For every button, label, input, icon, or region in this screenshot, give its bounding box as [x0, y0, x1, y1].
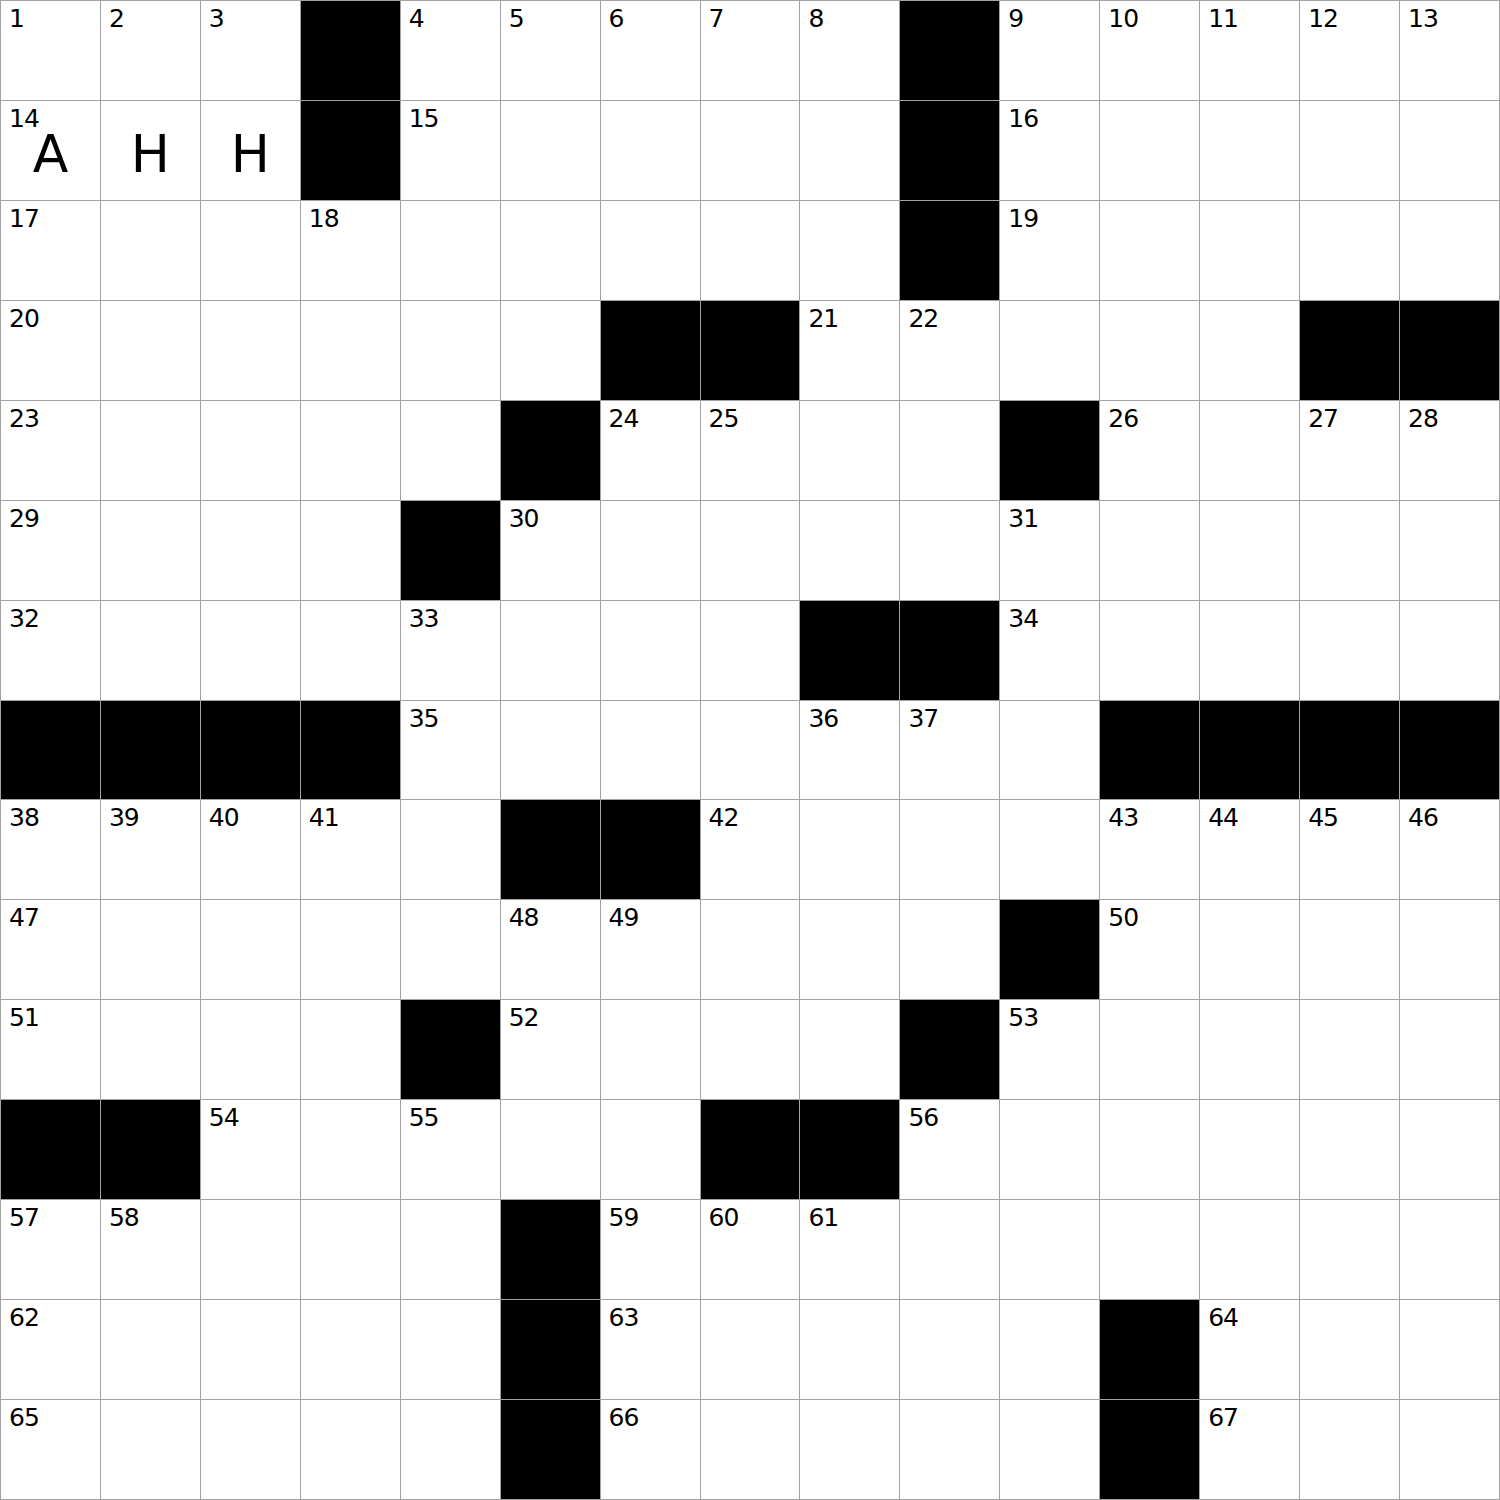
- cell-r10c12[interactable]: 50: [1100, 900, 1199, 999]
- cell-r11c13[interactable]: [1200, 1000, 1299, 1099]
- cell-r13c15[interactable]: [1400, 1200, 1499, 1299]
- black-cell-r15c12: [1100, 1400, 1199, 1499]
- cell-r5c5[interactable]: [401, 401, 500, 500]
- cell-r13c1[interactable]: 57: [1, 1200, 100, 1299]
- cell-r6c2[interactable]: [101, 501, 200, 600]
- cell-r1c12[interactable]: 10: [1100, 1, 1199, 100]
- clue-number-55: 55: [409, 1104, 439, 1132]
- black-cell-r15c6: [501, 1400, 600, 1499]
- cell-letter: A: [1, 101, 100, 200]
- cell-r3c14[interactable]: [1300, 201, 1399, 300]
- cell-r10c2[interactable]: [101, 900, 200, 999]
- cell-r5c9[interactable]: [800, 401, 899, 500]
- clue-number-29: 29: [9, 505, 39, 533]
- cell-r12c7[interactable]: [601, 1100, 700, 1199]
- cell-r12c14[interactable]: [1300, 1100, 1399, 1199]
- black-cell-r3c10: [900, 201, 999, 300]
- cell-r12c15[interactable]: [1400, 1100, 1499, 1199]
- cell-r4c3[interactable]: [201, 301, 300, 400]
- clue-number-41: 41: [309, 804, 339, 832]
- cell-r3c9[interactable]: [800, 201, 899, 300]
- cell-r11c12[interactable]: [1100, 1000, 1199, 1099]
- cell-r15c2[interactable]: [101, 1400, 200, 1499]
- clue-number-13: 13: [1408, 5, 1438, 33]
- cell-r5c8[interactable]: 25: [701, 401, 800, 500]
- cell-r8c5[interactable]: 35: [401, 701, 500, 800]
- black-cell-r14c12: [1100, 1300, 1199, 1399]
- cell-r6c8[interactable]: [701, 501, 800, 600]
- clue-number-49: 49: [609, 904, 639, 932]
- cell-r2c14[interactable]: [1300, 101, 1399, 200]
- black-cell-r5c6: [501, 401, 600, 500]
- cell-r5c3[interactable]: [201, 401, 300, 500]
- cell-r12c12[interactable]: [1100, 1100, 1199, 1199]
- cell-r12c10[interactable]: 56: [900, 1100, 999, 1199]
- cell-r3c5[interactable]: [401, 201, 500, 300]
- clue-number-21: 21: [808, 305, 838, 333]
- cell-r15c11[interactable]: [1000, 1400, 1099, 1499]
- cell-r10c5[interactable]: [401, 900, 500, 999]
- cell-r7c14[interactable]: [1300, 601, 1399, 700]
- cell-r9c10[interactable]: [900, 800, 999, 899]
- cell-r9c13[interactable]: 44: [1200, 800, 1299, 899]
- clue-number-18: 18: [309, 205, 339, 233]
- clue-number-12: 12: [1308, 5, 1338, 33]
- cell-r13c8[interactable]: 60: [701, 1200, 800, 1299]
- cell-r6c11[interactable]: 31: [1000, 501, 1099, 600]
- cell-r3c11[interactable]: 19: [1000, 201, 1099, 300]
- cell-r9c9[interactable]: [800, 800, 899, 899]
- cell-r6c15[interactable]: [1400, 501, 1499, 600]
- cell-r14c13[interactable]: 64: [1200, 1300, 1299, 1399]
- cell-r15c5[interactable]: [401, 1400, 500, 1499]
- cell-r10c8[interactable]: [701, 900, 800, 999]
- cell-r3c7[interactable]: [601, 201, 700, 300]
- cell-r10c9[interactable]: [800, 900, 899, 999]
- cell-r1c9[interactable]: 8: [800, 1, 899, 100]
- cell-r15c3[interactable]: [201, 1400, 300, 1499]
- clue-number-7: 7: [709, 5, 724, 33]
- black-cell-r2c10: [900, 101, 999, 200]
- cell-r10c15[interactable]: [1400, 900, 1499, 999]
- cell-r13c14[interactable]: [1300, 1200, 1399, 1299]
- black-cell-r14c6: [501, 1300, 600, 1399]
- cell-r3c3[interactable]: [201, 201, 300, 300]
- cell-r9c2[interactable]: 39: [101, 800, 200, 899]
- cell-r10c7[interactable]: 49: [601, 900, 700, 999]
- clue-number-16: 16: [1008, 105, 1038, 133]
- clue-number-62: 62: [9, 1304, 39, 1332]
- cell-r3c6[interactable]: [501, 201, 600, 300]
- cell-r9c8[interactable]: 42: [701, 800, 800, 899]
- clue-number-32: 32: [9, 605, 39, 633]
- black-cell-r8c14: [1300, 701, 1399, 800]
- clue-number-47: 47: [9, 904, 39, 932]
- cell-r7c12[interactable]: [1100, 601, 1199, 700]
- clue-number-43: 43: [1108, 804, 1138, 832]
- cell-r9c4[interactable]: 41: [301, 800, 400, 899]
- cell-r11c9[interactable]: [800, 1000, 899, 1099]
- cell-r2c3[interactable]: H: [201, 101, 300, 200]
- cell-r6c12[interactable]: [1100, 501, 1199, 600]
- cell-r13c4[interactable]: [301, 1200, 400, 1299]
- cell-r11c14[interactable]: [1300, 1000, 1399, 1099]
- cell-r4c12[interactable]: [1100, 301, 1199, 400]
- cell-letter: H: [201, 101, 300, 200]
- cell-r1c6[interactable]: 5: [501, 1, 600, 100]
- cell-r7c15[interactable]: [1400, 601, 1499, 700]
- clue-number-6: 6: [609, 5, 624, 33]
- cell-r1c1[interactable]: 1: [1, 1, 100, 100]
- black-cell-r8c15: [1400, 701, 1499, 800]
- clue-number-8: 8: [808, 5, 823, 33]
- cell-r9c3[interactable]: 40: [201, 800, 300, 899]
- cell-r15c8[interactable]: [701, 1400, 800, 1499]
- cell-r2c6[interactable]: [501, 101, 600, 200]
- cell-r11c3[interactable]: [201, 1000, 300, 1099]
- cell-r9c1[interactable]: 38: [1, 800, 100, 899]
- cell-r14c5[interactable]: [401, 1300, 500, 1399]
- clue-number-51: 51: [9, 1004, 39, 1032]
- cell-r10c13[interactable]: [1200, 900, 1299, 999]
- clue-number-26: 26: [1108, 405, 1138, 433]
- cell-r14c8[interactable]: [701, 1300, 800, 1399]
- cell-r4c11[interactable]: [1000, 301, 1099, 400]
- cell-r11c8[interactable]: [701, 1000, 800, 1099]
- cell-r6c6[interactable]: 30: [501, 501, 600, 600]
- cell-r2c11[interactable]: 16: [1000, 101, 1099, 200]
- black-cell-r8c3: [201, 701, 300, 800]
- clue-number-66: 66: [609, 1404, 639, 1432]
- cell-r15c4[interactable]: [301, 1400, 400, 1499]
- cell-r3c8[interactable]: [701, 201, 800, 300]
- clue-number-1: 1: [9, 5, 24, 33]
- cell-r6c10[interactable]: [900, 501, 999, 600]
- black-cell-r8c13: [1200, 701, 1299, 800]
- cell-r14c2[interactable]: [101, 1300, 200, 1399]
- clue-number-54: 54: [209, 1104, 239, 1132]
- cell-r7c2[interactable]: [101, 601, 200, 700]
- cell-r15c13[interactable]: 67: [1200, 1400, 1299, 1499]
- clue-number-17: 17: [9, 205, 39, 233]
- clue-number-53: 53: [1008, 1004, 1038, 1032]
- cell-r10c3[interactable]: [201, 900, 300, 999]
- black-cell-r8c12: [1100, 701, 1199, 800]
- clue-number-59: 59: [609, 1204, 639, 1232]
- cell-r7c13[interactable]: [1200, 601, 1299, 700]
- clue-number-50: 50: [1108, 904, 1138, 932]
- cell-r7c4[interactable]: [301, 601, 400, 700]
- cell-r12c5[interactable]: 55: [401, 1100, 500, 1199]
- cell-r10c1[interactable]: 47: [1, 900, 100, 999]
- cell-r13c11[interactable]: [1000, 1200, 1099, 1299]
- cell-letter: H: [101, 101, 200, 200]
- cell-r15c10[interactable]: [900, 1400, 999, 1499]
- cell-r9c14[interactable]: 45: [1300, 800, 1399, 899]
- black-cell-r4c8: [701, 301, 800, 400]
- cell-r7c11[interactable]: 34: [1000, 601, 1099, 700]
- cell-r7c3[interactable]: [201, 601, 300, 700]
- cell-r8c8[interactable]: [701, 701, 800, 800]
- cell-r5c7[interactable]: 24: [601, 401, 700, 500]
- clue-number-3: 3: [209, 5, 224, 33]
- clue-number-27: 27: [1308, 405, 1338, 433]
- clue-number-63: 63: [609, 1304, 639, 1332]
- cell-r5c2[interactable]: [101, 401, 200, 500]
- cell-r1c15[interactable]: 13: [1400, 1, 1499, 100]
- clue-number-36: 36: [808, 705, 838, 733]
- clue-number-4: 4: [409, 5, 424, 33]
- clue-number-10: 10: [1108, 5, 1138, 33]
- cell-r9c11[interactable]: [1000, 800, 1099, 899]
- cell-r2c5[interactable]: 15: [401, 101, 500, 200]
- cell-r14c11[interactable]: [1000, 1300, 1099, 1399]
- clue-number-9: 9: [1008, 5, 1023, 33]
- cell-r14c9[interactable]: [800, 1300, 899, 1399]
- cell-r7c1[interactable]: 32: [1, 601, 100, 700]
- cell-r14c1[interactable]: 62: [1, 1300, 100, 1399]
- black-cell-r13c6: [501, 1200, 600, 1299]
- clue-number-15: 15: [409, 105, 439, 133]
- cell-r11c15[interactable]: [1400, 1000, 1499, 1099]
- cell-r6c13[interactable]: [1200, 501, 1299, 600]
- cell-r15c14[interactable]: [1300, 1400, 1399, 1499]
- cell-r8c6[interactable]: [501, 701, 600, 800]
- cell-r15c9[interactable]: [800, 1400, 899, 1499]
- black-cell-r8c4: [301, 701, 400, 800]
- clue-number-61: 61: [808, 1204, 838, 1232]
- cell-r12c6[interactable]: [501, 1100, 600, 1199]
- cell-r7c5[interactable]: 33: [401, 601, 500, 700]
- black-cell-r4c7: [601, 301, 700, 400]
- cell-r14c15[interactable]: [1400, 1300, 1499, 1399]
- clue-number-34: 34: [1008, 605, 1038, 633]
- cell-r12c11[interactable]: [1000, 1100, 1099, 1199]
- cell-r3c4[interactable]: 18: [301, 201, 400, 300]
- clue-number-11: 11: [1208, 5, 1238, 33]
- cell-r10c14[interactable]: [1300, 900, 1399, 999]
- clue-number-35: 35: [409, 705, 439, 733]
- clue-number-44: 44: [1208, 804, 1238, 832]
- cell-r2c1[interactable]: 14A: [1, 101, 100, 200]
- cell-r8c7[interactable]: [601, 701, 700, 800]
- cell-r11c11[interactable]: 53: [1000, 1000, 1099, 1099]
- cell-r11c7[interactable]: [601, 1000, 700, 1099]
- cell-r14c7[interactable]: 63: [601, 1300, 700, 1399]
- cell-r7c8[interactable]: [701, 601, 800, 700]
- cell-r6c1[interactable]: 29: [1, 501, 100, 600]
- cell-r13c9[interactable]: 61: [800, 1200, 899, 1299]
- cell-r8c10[interactable]: 37: [900, 701, 999, 800]
- cell-r3c15[interactable]: [1400, 201, 1499, 300]
- cell-r14c4[interactable]: [301, 1300, 400, 1399]
- cell-r4c6[interactable]: [501, 301, 600, 400]
- cell-r1c3[interactable]: 3: [201, 1, 300, 100]
- cell-r8c9[interactable]: 36: [800, 701, 899, 800]
- cell-r11c2[interactable]: [101, 1000, 200, 1099]
- clue-number-20: 20: [9, 305, 39, 333]
- black-cell-r8c1: [1, 701, 100, 800]
- cell-r13c2[interactable]: 58: [101, 1200, 200, 1299]
- black-cell-r7c10: [900, 601, 999, 700]
- cell-r1c2[interactable]: 2: [101, 1, 200, 100]
- cell-r5c13[interactable]: [1200, 401, 1299, 500]
- cell-r14c3[interactable]: [201, 1300, 300, 1399]
- cell-r10c4[interactable]: [301, 900, 400, 999]
- clue-number-24: 24: [609, 405, 639, 433]
- cell-r2c13[interactable]: [1200, 101, 1299, 200]
- cell-r5c15[interactable]: 28: [1400, 401, 1499, 500]
- cell-r3c2[interactable]: [101, 201, 200, 300]
- cell-r6c7[interactable]: [601, 501, 700, 600]
- cell-r5c10[interactable]: [900, 401, 999, 500]
- cell-r12c13[interactable]: [1200, 1100, 1299, 1199]
- black-cell-r8c2: [101, 701, 200, 800]
- cell-r4c5[interactable]: [401, 301, 500, 400]
- clue-number-28: 28: [1408, 405, 1438, 433]
- cell-r7c6[interactable]: [501, 601, 600, 700]
- cell-r13c13[interactable]: [1200, 1200, 1299, 1299]
- crossword-board: 1234567891011121314AHH151617181920212223…: [0, 0, 1500, 1500]
- clue-number-58: 58: [109, 1204, 139, 1232]
- clue-number-40: 40: [209, 804, 239, 832]
- cell-r13c7[interactable]: 59: [601, 1200, 700, 1299]
- cell-r2c9[interactable]: [800, 101, 899, 200]
- cell-r6c4[interactable]: [301, 501, 400, 600]
- cell-r8c11[interactable]: [1000, 701, 1099, 800]
- black-cell-r12c8: [701, 1100, 800, 1199]
- clue-number-64: 64: [1208, 1304, 1238, 1332]
- cell-r2c7[interactable]: [601, 101, 700, 200]
- cell-r1c14[interactable]: 12: [1300, 1, 1399, 100]
- cell-r15c1[interactable]: 65: [1, 1400, 100, 1499]
- cell-r1c11[interactable]: 9: [1000, 1, 1099, 100]
- clue-number-46: 46: [1408, 804, 1438, 832]
- clue-number-38: 38: [9, 804, 39, 832]
- cell-r14c14[interactable]: [1300, 1300, 1399, 1399]
- cell-r4c13[interactable]: [1200, 301, 1299, 400]
- black-cell-r12c2: [101, 1100, 200, 1199]
- clue-number-60: 60: [709, 1204, 739, 1232]
- cell-r5c1[interactable]: 23: [1, 401, 100, 500]
- black-cell-r1c10: [900, 1, 999, 100]
- cell-r2c15[interactable]: [1400, 101, 1499, 200]
- clue-number-57: 57: [9, 1204, 39, 1232]
- cell-r15c15[interactable]: [1400, 1400, 1499, 1499]
- cell-r9c5[interactable]: [401, 800, 500, 899]
- black-cell-r12c1: [1, 1100, 100, 1199]
- cell-r6c3[interactable]: [201, 501, 300, 600]
- clue-number-25: 25: [709, 405, 739, 433]
- cell-r5c12[interactable]: 26: [1100, 401, 1199, 500]
- clue-number-45: 45: [1308, 804, 1338, 832]
- black-cell-r6c5: [401, 501, 500, 600]
- cell-r6c9[interactable]: [800, 501, 899, 600]
- black-cell-r2c4: [301, 101, 400, 200]
- cell-r14c10[interactable]: [900, 1300, 999, 1399]
- cell-r11c4[interactable]: [301, 1000, 400, 1099]
- cell-r3c1[interactable]: 17: [1, 201, 100, 300]
- cell-r1c8[interactable]: 7: [701, 1, 800, 100]
- cell-r5c14[interactable]: 27: [1300, 401, 1399, 500]
- clue-number-39: 39: [109, 804, 139, 832]
- clue-number-23: 23: [9, 405, 39, 433]
- clue-number-42: 42: [709, 804, 739, 832]
- cell-r10c10[interactable]: [900, 900, 999, 999]
- black-cell-r9c7: [601, 800, 700, 899]
- cell-r6c14[interactable]: [1300, 501, 1399, 600]
- clue-number-5: 5: [509, 5, 524, 33]
- cell-r4c1[interactable]: 20: [1, 301, 100, 400]
- clue-number-33: 33: [409, 605, 439, 633]
- cell-r11c1[interactable]: 51: [1, 1000, 100, 1099]
- cell-r11c6[interactable]: 52: [501, 1000, 600, 1099]
- clue-number-67: 67: [1208, 1404, 1238, 1432]
- black-cell-r1c4: [301, 1, 400, 100]
- cell-r13c5[interactable]: [401, 1200, 500, 1299]
- cell-r7c7[interactable]: [601, 601, 700, 700]
- cell-r5c4[interactable]: [301, 401, 400, 500]
- clue-number-65: 65: [9, 1404, 39, 1432]
- cell-r9c12[interactable]: 43: [1100, 800, 1199, 899]
- cell-r4c9[interactable]: 21: [800, 301, 899, 400]
- clue-number-30: 30: [509, 505, 539, 533]
- black-cell-r9c6: [501, 800, 600, 899]
- black-cell-r12c9: [800, 1100, 899, 1199]
- clue-number-19: 19: [1008, 205, 1038, 233]
- clue-number-37: 37: [908, 705, 938, 733]
- clue-number-22: 22: [908, 305, 938, 333]
- cell-r1c13[interactable]: 11: [1200, 1, 1299, 100]
- black-cell-r4c15: [1400, 301, 1499, 400]
- cell-r10c6[interactable]: 48: [501, 900, 600, 999]
- cell-r2c2[interactable]: H: [101, 101, 200, 200]
- cell-r15c7[interactable]: 66: [601, 1400, 700, 1499]
- cell-r2c12[interactable]: [1100, 101, 1199, 200]
- cell-r1c7[interactable]: 6: [601, 1, 700, 100]
- clue-number-52: 52: [509, 1004, 539, 1032]
- cell-r9c15[interactable]: 46: [1400, 800, 1499, 899]
- cell-r4c4[interactable]: [301, 301, 400, 400]
- clue-number-2: 2: [109, 5, 124, 33]
- black-cell-r10c11: [1000, 900, 1099, 999]
- cell-r4c2[interactable]: [101, 301, 200, 400]
- cell-r2c8[interactable]: [701, 101, 800, 200]
- black-cell-r7c9: [800, 601, 899, 700]
- clue-number-31: 31: [1008, 505, 1038, 533]
- black-cell-r5c11: [1000, 401, 1099, 500]
- black-cell-r11c10: [900, 1000, 999, 1099]
- cell-r13c12[interactable]: [1100, 1200, 1199, 1299]
- cell-r13c10[interactable]: [900, 1200, 999, 1299]
- cell-r13c3[interactable]: [201, 1200, 300, 1299]
- cell-r3c13[interactable]: [1200, 201, 1299, 300]
- cell-r12c3[interactable]: 54: [201, 1100, 300, 1199]
- black-cell-r4c14: [1300, 301, 1399, 400]
- cell-r4c10[interactable]: 22: [900, 301, 999, 400]
- clue-number-48: 48: [509, 904, 539, 932]
- black-cell-r11c5: [401, 1000, 500, 1099]
- clue-number-56: 56: [908, 1104, 938, 1132]
- cell-r12c4[interactable]: [301, 1100, 400, 1199]
- cell-r1c5[interactable]: 4: [401, 1, 500, 100]
- cell-r3c12[interactable]: [1100, 201, 1199, 300]
